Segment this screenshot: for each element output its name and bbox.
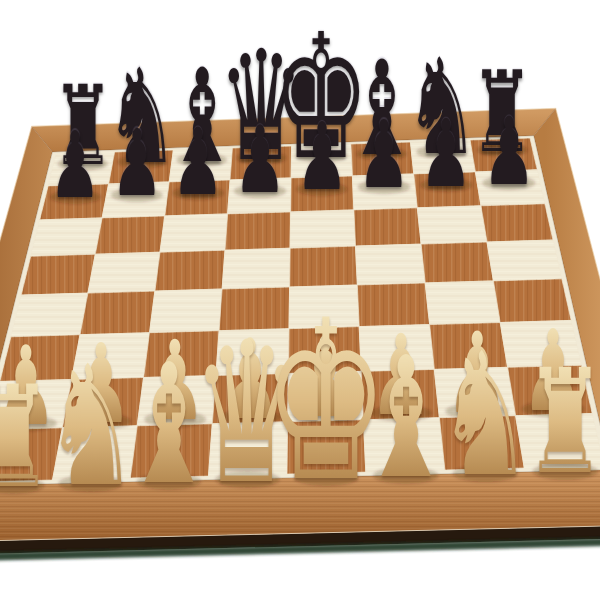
- chess-scene: ♜♞♝♛♚♝♞♜♟♟♟♟♟♟♟♟♟♟♟♟♟♟♟♟♜♞♝♛♚♝♞♜: [0, 0, 600, 600]
- pieces-layer: ♜♞♝♛♚♝♞♜♟♟♟♟♟♟♟♟♟♟♟♟♟♟♟♟♜♞♝♛♚♝♞♜: [0, 0, 600, 600]
